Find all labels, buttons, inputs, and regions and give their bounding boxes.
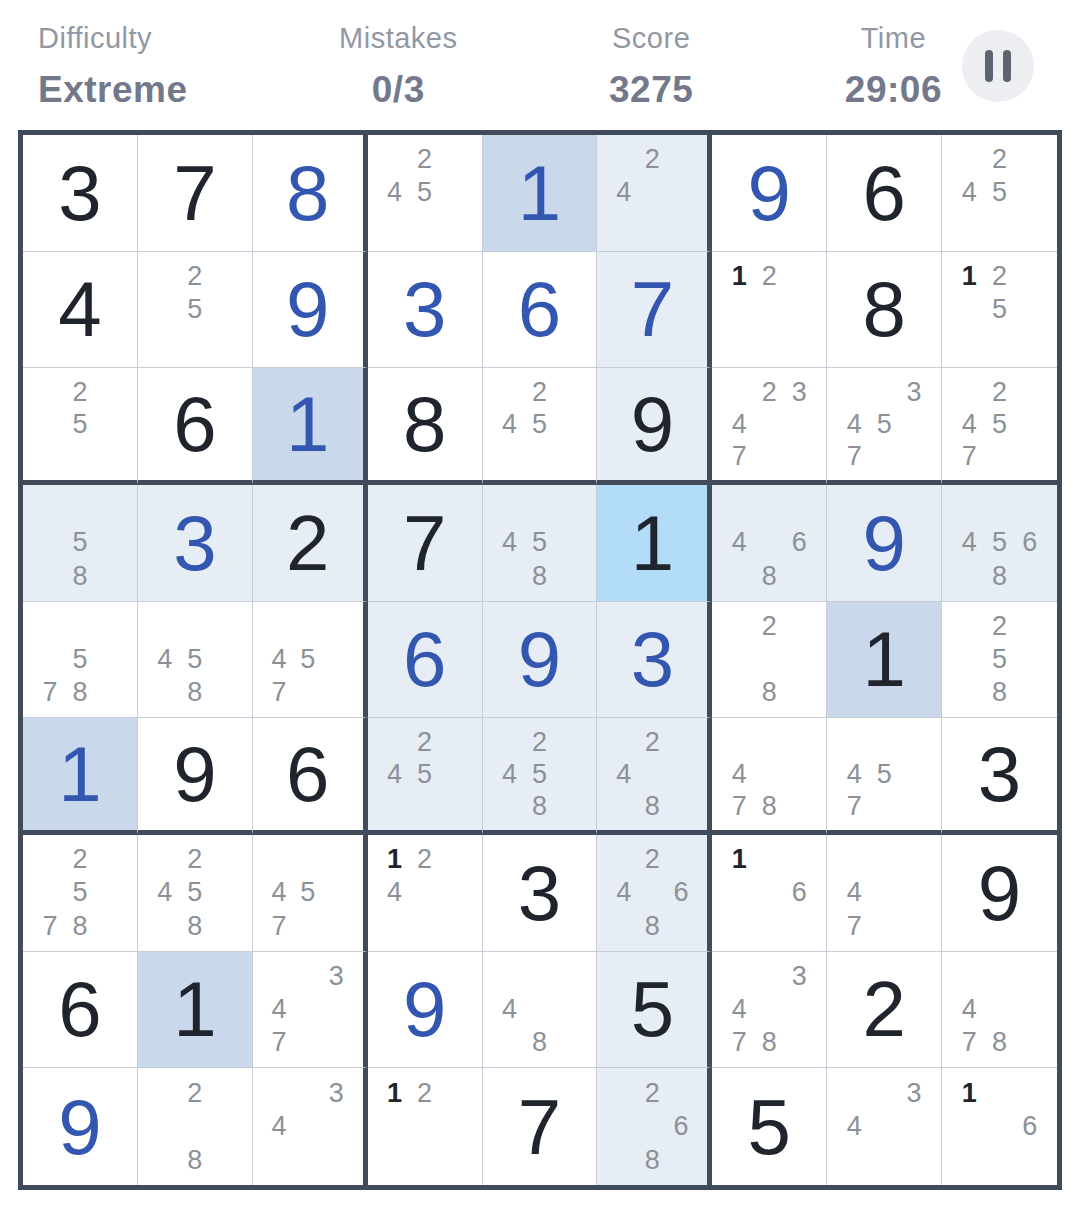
given-digit: 6 (286, 735, 329, 813)
cell-r4c9[interactable]: 4568 (942, 485, 1057, 602)
note-empty (35, 610, 65, 643)
note-8: 8 (65, 909, 95, 942)
note-empty (869, 376, 899, 408)
cell-r2c8[interactable]: 8 (827, 252, 942, 369)
note-empty (609, 143, 638, 176)
note-empty (495, 726, 525, 758)
note-empty (440, 843, 470, 876)
cell-r5c1[interactable]: 578 (23, 602, 138, 719)
note-empty (1015, 1143, 1045, 1177)
cell-r9c7[interactable]: 5 (712, 1068, 827, 1185)
note-empty (150, 610, 180, 643)
user-digit: 1 (58, 735, 101, 813)
stat-score: Score 3275 (609, 22, 693, 111)
note-empty (869, 1110, 899, 1144)
cell-r1c9[interactable]: 245 (942, 135, 1057, 252)
pencil-notes: 3457 (827, 368, 941, 480)
given-digit: 4 (58, 270, 101, 348)
pencil-notes: 245 (368, 135, 482, 251)
note-4: 4 (954, 526, 984, 559)
note-8: 8 (754, 676, 784, 709)
note-empty (150, 1143, 180, 1177)
note-empty (899, 1143, 929, 1177)
user-digit: 6 (518, 270, 561, 348)
note-empty (1015, 176, 1045, 209)
note-4: 4 (954, 993, 984, 1026)
cell-r4c3[interactable]: 2 (253, 485, 368, 602)
cell-r6c7[interactable]: 478 (712, 718, 827, 835)
note-empty (784, 326, 814, 359)
cell-r2c3[interactable]: 9 (253, 252, 368, 369)
cell-r1c2[interactable]: 7 (138, 135, 253, 252)
given-digit: 5 (748, 1088, 791, 1166)
cell-r5c8[interactable]: 1 (827, 602, 942, 719)
cell-r9c2[interactable]: 28 (138, 1068, 253, 1185)
note-2: 2 (984, 260, 1014, 293)
cell-r3c3[interactable]: 1 (253, 368, 368, 485)
cell-r1c3[interactable]: 8 (253, 135, 368, 252)
note-empty (322, 1110, 351, 1144)
cell-r6c9[interactable]: 3 (942, 718, 1057, 835)
note-empty (95, 559, 125, 592)
pencil-notes: 457 (253, 835, 363, 951)
note-empty (95, 493, 125, 526)
pencil-notes: 16 (712, 835, 826, 951)
note-8: 8 (525, 559, 555, 592)
note-empty (984, 209, 1014, 242)
time-label: Time (861, 22, 926, 55)
note-empty (609, 1143, 638, 1177)
note-6: 6 (1015, 1110, 1045, 1144)
pencil-notes: 12 (712, 252, 826, 368)
note-empty (150, 260, 180, 293)
note-2: 2 (638, 1076, 667, 1110)
note-empty (265, 1143, 294, 1177)
pencil-notes: 258 (942, 602, 1057, 718)
stat-time: Time 29:06 (845, 22, 942, 111)
note-4: 4 (724, 758, 754, 790)
note-empty (954, 493, 984, 526)
cell-r7c9[interactable]: 9 (942, 835, 1057, 952)
given-digit: 1 (862, 620, 905, 698)
note-8: 8 (180, 676, 210, 709)
note-7: 7 (839, 440, 869, 472)
cell-r8c5[interactable]: 48 (483, 952, 598, 1069)
note-empty (784, 909, 814, 942)
note-empty (899, 726, 929, 758)
note-empty (440, 726, 470, 758)
note-2: 2 (65, 376, 95, 408)
cell-r7c4[interactable]: 124 (368, 835, 483, 952)
note-empty (724, 376, 754, 408)
note-5: 5 (869, 758, 899, 790)
cell-r4c6[interactable]: 1 (597, 485, 712, 602)
note-4: 4 (609, 758, 638, 790)
note-empty (210, 876, 240, 909)
stat-difficulty: Difficulty Extreme (38, 22, 188, 111)
cell-r4c8[interactable]: 9 (827, 485, 942, 602)
cell-r9c3[interactable]: 34 (253, 1068, 368, 1185)
cell-r6c4[interactable]: 245 (368, 718, 483, 835)
note-empty (95, 676, 125, 709)
note-8: 8 (984, 676, 1014, 709)
note-empty (440, 176, 470, 209)
note-4: 4 (380, 876, 410, 909)
note-empty (35, 376, 65, 408)
cell-r9c1[interactable]: 9 (23, 1068, 138, 1185)
note-empty (1015, 1076, 1045, 1110)
note-1: 1 (954, 260, 984, 293)
cell-r7c3[interactable]: 457 (253, 835, 368, 952)
cell-r5c3[interactable]: 457 (253, 602, 368, 719)
note-2: 2 (754, 260, 784, 293)
user-digit: 9 (403, 970, 446, 1048)
note-empty (667, 758, 696, 790)
cell-r6c2[interactable]: 9 (138, 718, 253, 835)
note-empty (869, 440, 899, 472)
note-empty (150, 1110, 180, 1144)
cell-r8c7[interactable]: 3478 (712, 952, 827, 1069)
note-empty (754, 526, 784, 559)
cell-r6c6[interactable]: 248 (597, 718, 712, 835)
note-6: 6 (667, 1110, 696, 1144)
sudoku-board: 3782451249624542593671281252561824592347… (18, 130, 1062, 1190)
note-empty (150, 676, 180, 709)
note-5: 5 (869, 408, 899, 440)
note-5: 5 (65, 643, 95, 676)
cell-r2c1[interactable]: 4 (23, 252, 138, 369)
cell-r2c7[interactable]: 12 (712, 252, 827, 369)
cell-r3c5[interactable]: 245 (483, 368, 598, 485)
note-empty (638, 209, 667, 242)
cell-r6c3[interactable]: 6 (253, 718, 368, 835)
note-5: 5 (180, 293, 210, 326)
cell-r1c4[interactable]: 245 (368, 135, 483, 252)
note-empty (1015, 610, 1045, 643)
note-empty (869, 909, 899, 942)
pencil-notes: 25 (23, 368, 137, 480)
note-empty (899, 843, 929, 876)
note-empty (554, 408, 584, 440)
note-empty (869, 726, 899, 758)
note-5: 5 (984, 176, 1014, 209)
cell-r3c6[interactable]: 9 (597, 368, 712, 485)
note-empty (65, 493, 95, 526)
note-8: 8 (638, 1143, 667, 1177)
mistakes-label: Mistakes (339, 22, 457, 55)
cell-r1c1[interactable]: 3 (23, 135, 138, 252)
note-5: 5 (984, 293, 1014, 326)
note-empty (1015, 408, 1045, 440)
cell-r5c2[interactable]: 458 (138, 602, 253, 719)
cell-r2c6[interactable]: 7 (597, 252, 712, 369)
note-empty (554, 493, 584, 526)
pencil-notes: 245 (483, 368, 597, 480)
note-empty (724, 326, 754, 359)
cell-r1c7[interactable]: 9 (712, 135, 827, 252)
note-empty (554, 960, 584, 993)
note-empty (1015, 143, 1045, 176)
note-empty (440, 909, 470, 942)
cell-r8c1[interactable]: 6 (23, 952, 138, 1069)
note-empty (95, 526, 125, 559)
given-digit: 3 (978, 735, 1021, 813)
note-2: 2 (65, 843, 95, 876)
cell-r9c9[interactable]: 16 (942, 1068, 1057, 1185)
cell-r8c4[interactable]: 9 (368, 952, 483, 1069)
cell-r9c5[interactable]: 7 (483, 1068, 598, 1185)
note-8: 8 (984, 559, 1014, 592)
cell-r9c8[interactable]: 34 (827, 1068, 942, 1185)
note-5: 5 (525, 758, 555, 790)
note-2: 2 (984, 610, 1014, 643)
pencil-notes: 478 (942, 952, 1057, 1068)
note-empty (784, 843, 814, 876)
pencil-notes: 2468 (597, 835, 707, 951)
cell-r7c5[interactable]: 3 (483, 835, 598, 952)
cell-r5c9[interactable]: 258 (942, 602, 1057, 719)
note-2: 2 (180, 843, 210, 876)
note-empty (609, 790, 638, 822)
cell-r2c5[interactable]: 6 (483, 252, 598, 369)
note-empty (525, 993, 555, 1026)
note-5: 5 (525, 526, 555, 559)
note-empty (754, 993, 784, 1026)
pause-button[interactable] (962, 30, 1034, 102)
note-empty (65, 610, 95, 643)
note-7: 7 (954, 1026, 984, 1059)
cell-r5c7[interactable]: 28 (712, 602, 827, 719)
note-8: 8 (65, 559, 95, 592)
cell-r1c6[interactable]: 24 (597, 135, 712, 252)
pause-icon (985, 50, 993, 82)
note-empty (724, 676, 754, 709)
pencil-notes: 24 (597, 135, 707, 251)
note-empty (210, 1076, 240, 1110)
cell-r4c5[interactable]: 458 (483, 485, 598, 602)
note-empty (869, 1076, 899, 1110)
note-5: 5 (65, 876, 95, 909)
pencil-notes: 248 (597, 718, 707, 830)
note-empty (554, 559, 584, 592)
cell-r8c8[interactable]: 2 (827, 952, 942, 1069)
note-empty (784, 408, 814, 440)
cell-r2c9[interactable]: 125 (942, 252, 1057, 369)
note-empty (180, 326, 210, 359)
note-empty (724, 293, 754, 326)
note-empty (869, 843, 899, 876)
note-empty (322, 1026, 351, 1059)
cell-r4c7[interactable]: 468 (712, 485, 827, 602)
note-1: 1 (380, 843, 410, 876)
note-empty (35, 408, 65, 440)
cell-r3c7[interactable]: 2347 (712, 368, 827, 485)
note-empty (954, 1143, 984, 1177)
pencil-notes: 268 (597, 1068, 707, 1185)
pencil-notes: 12 (368, 1068, 482, 1185)
note-empty (210, 326, 240, 359)
note-empty (869, 1143, 899, 1177)
note-8: 8 (638, 909, 667, 942)
cell-r4c2[interactable]: 3 (138, 485, 253, 602)
note-empty (440, 1143, 470, 1177)
note-empty (293, 1110, 322, 1144)
note-1: 1 (954, 1076, 984, 1110)
cell-r7c7[interactable]: 16 (712, 835, 827, 952)
note-empty (667, 176, 696, 209)
note-4: 4 (265, 1110, 294, 1144)
cell-r5c6[interactable]: 3 (597, 602, 712, 719)
cell-r8c9[interactable]: 478 (942, 952, 1057, 1069)
cell-r7c8[interactable]: 47 (827, 835, 942, 952)
note-empty (210, 643, 240, 676)
note-empty (293, 960, 322, 993)
cell-r7c6[interactable]: 2468 (597, 835, 712, 952)
note-empty (1015, 676, 1045, 709)
note-empty (754, 326, 784, 359)
pencil-notes: 245 (942, 135, 1057, 251)
note-4: 4 (839, 758, 869, 790)
note-1: 1 (380, 1076, 410, 1110)
pause-icon (1003, 50, 1011, 82)
cell-r3c8[interactable]: 3457 (827, 368, 942, 485)
cell-r2c2[interactable]: 25 (138, 252, 253, 369)
note-empty (667, 143, 696, 176)
pencil-notes: 457 (253, 602, 363, 718)
note-empty (293, 676, 322, 709)
note-empty (380, 1143, 410, 1177)
given-digit: 2 (862, 970, 905, 1048)
note-2: 2 (525, 376, 555, 408)
given-digit: 9 (173, 735, 216, 813)
note-5: 5 (65, 526, 95, 559)
note-empty (784, 440, 814, 472)
note-5: 5 (65, 408, 95, 440)
note-7: 7 (35, 909, 65, 942)
note-4: 4 (839, 408, 869, 440)
note-empty (984, 440, 1014, 472)
note-4: 4 (495, 526, 525, 559)
cell-r8c6[interactable]: 5 (597, 952, 712, 1069)
note-empty (724, 726, 754, 758)
cell-r7c1[interactable]: 2578 (23, 835, 138, 952)
cell-r6c5[interactable]: 2458 (483, 718, 598, 835)
note-2: 2 (984, 143, 1014, 176)
cell-r9c6[interactable]: 268 (597, 1068, 712, 1185)
note-2: 2 (638, 843, 667, 876)
note-empty (495, 559, 525, 592)
note-8: 8 (525, 1026, 555, 1059)
note-7: 7 (724, 1026, 754, 1059)
note-empty (984, 326, 1014, 359)
note-empty (1015, 376, 1045, 408)
note-empty (638, 1110, 667, 1144)
note-empty (899, 408, 929, 440)
cell-r4c4[interactable]: 7 (368, 485, 483, 602)
note-empty (984, 1076, 1014, 1110)
note-4: 4 (495, 758, 525, 790)
note-7: 7 (839, 909, 869, 942)
note-empty (784, 758, 814, 790)
note-empty (1015, 440, 1045, 472)
pencil-notes: 124 (368, 835, 482, 951)
cell-r6c1[interactable]: 1 (23, 718, 138, 835)
note-empty (784, 643, 814, 676)
note-empty (440, 143, 470, 176)
pencil-notes: 578 (23, 602, 137, 718)
cell-r9c4[interactable]: 12 (368, 1068, 483, 1185)
cell-r3c2[interactable]: 6 (138, 368, 253, 485)
user-digit: 6 (403, 620, 446, 698)
note-empty (554, 790, 584, 822)
note-empty (1015, 326, 1045, 359)
given-digit: 1 (631, 504, 674, 582)
note-empty (954, 960, 984, 993)
cell-r5c5[interactable]: 9 (483, 602, 598, 719)
note-empty (293, 610, 322, 643)
cell-r3c1[interactable]: 25 (23, 368, 138, 485)
note-empty (495, 440, 525, 472)
note-7: 7 (724, 790, 754, 822)
cell-r5c4[interactable]: 6 (368, 602, 483, 719)
note-8: 8 (65, 676, 95, 709)
note-2: 2 (410, 843, 440, 876)
user-digit: 9 (748, 154, 791, 232)
note-empty (293, 909, 322, 942)
cell-r3c4[interactable]: 8 (368, 368, 483, 485)
note-empty (754, 408, 784, 440)
note-empty (554, 376, 584, 408)
cell-r3c9[interactable]: 2457 (942, 368, 1057, 485)
cell-r7c2[interactable]: 2458 (138, 835, 253, 952)
note-5: 5 (984, 408, 1014, 440)
note-7: 7 (265, 909, 294, 942)
note-2: 2 (180, 260, 210, 293)
note-empty (525, 440, 555, 472)
given-digit: 3 (518, 854, 561, 932)
note-empty (1015, 1026, 1045, 1059)
note-2: 2 (638, 726, 667, 758)
cell-r1c8[interactable]: 6 (827, 135, 942, 252)
note-empty (954, 676, 984, 709)
note-5: 5 (180, 643, 210, 676)
cell-r4c1[interactable]: 58 (23, 485, 138, 602)
cell-r2c4[interactable]: 3 (368, 252, 483, 369)
pencil-notes: 347 (253, 952, 363, 1068)
pencil-notes: 3478 (712, 952, 826, 1068)
cell-r1c5[interactable]: 1 (483, 135, 598, 252)
note-empty (724, 960, 754, 993)
note-empty (380, 909, 410, 942)
note-empty (380, 726, 410, 758)
cell-r6c8[interactable]: 457 (827, 718, 942, 835)
note-8: 8 (180, 909, 210, 942)
cell-r8c2[interactable]: 1 (138, 952, 253, 1069)
note-empty (150, 1076, 180, 1110)
note-empty (754, 758, 784, 790)
note-empty (724, 610, 754, 643)
note-empty (984, 493, 1014, 526)
given-digit: 7 (403, 504, 446, 582)
note-6: 6 (667, 876, 696, 909)
note-empty (322, 876, 351, 909)
note-3: 3 (784, 960, 814, 993)
user-digit: 7 (631, 270, 674, 348)
note-empty (754, 440, 784, 472)
note-empty (410, 790, 440, 822)
note-empty (754, 493, 784, 526)
cell-r8c3[interactable]: 347 (253, 952, 368, 1069)
